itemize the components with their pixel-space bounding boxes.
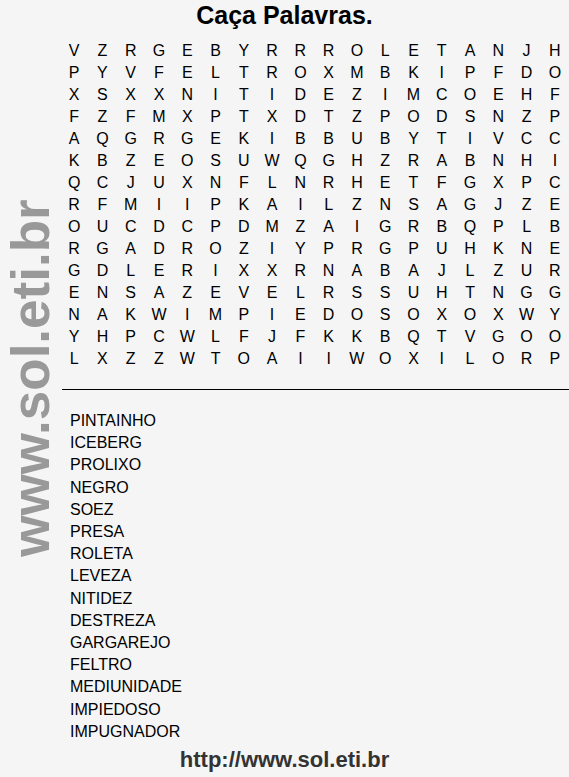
grid-cell[interactable]: L (286, 282, 314, 304)
grid-cell[interactable]: D (145, 238, 173, 260)
grid-cell[interactable]: P (117, 326, 145, 348)
grid-cell[interactable]: N (512, 238, 540, 260)
grid-cell[interactable]: R (60, 238, 88, 260)
separator-line (62, 389, 569, 390)
grid-cell[interactable]: D (145, 216, 173, 238)
grid-cell[interactable]: T (428, 326, 456, 348)
grid-cell[interactable]: A (343, 260, 371, 282)
grid-cell[interactable]: E (201, 282, 229, 304)
grid-cell[interactable]: T (230, 62, 258, 84)
grid-cell[interactable]: A (117, 238, 145, 260)
grid-cell[interactable]: L (117, 260, 145, 282)
word-list-item[interactable]: LEVEZA (70, 565, 182, 587)
grid-cell[interactable]: E (258, 282, 286, 304)
grid-cell[interactable]: L (456, 260, 484, 282)
grid-cell[interactable]: E (201, 128, 229, 150)
grid-cell[interactable]: F (484, 62, 512, 84)
grid-cell[interactable]: I (286, 348, 314, 370)
grid-cell[interactable]: P (201, 106, 229, 128)
grid-cell[interactable]: T (399, 172, 427, 194)
grid-cell[interactable]: Z (230, 238, 258, 260)
grid-cell[interactable]: B (286, 128, 314, 150)
word-list-item[interactable]: PRESA (70, 521, 182, 543)
word-list-item[interactable]: ROLETA (70, 543, 182, 565)
grid-cell[interactable]: C (428, 84, 456, 106)
word-list-item[interactable]: ICEBERG (70, 432, 182, 454)
grid-cell[interactable]: A (315, 216, 343, 238)
grid-cell[interactable]: N (201, 172, 229, 194)
grid-cell[interactable]: Z (343, 194, 371, 216)
grid-cell[interactable]: A (145, 282, 173, 304)
grid-cell[interactable]: U (512, 260, 540, 282)
grid-cell[interactable]: O (541, 62, 569, 84)
grid-cell[interactable]: O (201, 238, 229, 260)
grid-cell[interactable]: X (258, 260, 286, 282)
grid-cell[interactable]: Q (60, 172, 88, 194)
grid-cell[interactable]: X (173, 106, 201, 128)
grid-cell[interactable]: S (371, 282, 399, 304)
grid-cell[interactable]: P (484, 216, 512, 238)
grid-cell[interactable]: J (258, 326, 286, 348)
grid-cell[interactable]: J (428, 260, 456, 282)
word-search-page: Caça Palavras. www.sol.eti.br VZRGEBYRRR… (0, 0, 569, 777)
grid-cell[interactable]: H (541, 40, 569, 62)
grid-cell[interactable]: S (399, 194, 427, 216)
grid-cell[interactable]: X (315, 62, 343, 84)
grid-cell[interactable]: N (484, 282, 512, 304)
grid-cell[interactable]: O (541, 326, 569, 348)
grid-cell[interactable]: V (60, 40, 88, 62)
grid-cell[interactable]: G (512, 282, 540, 304)
grid-cell[interactable]: K (230, 128, 258, 150)
grid-cell[interactable]: V (230, 282, 258, 304)
grid-cell[interactable]: H (88, 326, 116, 348)
grid-cell[interactable]: S (371, 304, 399, 326)
grid-cell[interactable]: O (399, 304, 427, 326)
grid-cell[interactable]: N (60, 304, 88, 326)
grid-cell[interactable]: B (371, 326, 399, 348)
grid-cell[interactable]: I (371, 84, 399, 106)
grid-cell[interactable]: A (428, 194, 456, 216)
grid-cell[interactable]: T (315, 106, 343, 128)
word-list-item[interactable]: GARGAREJO (70, 632, 182, 654)
grid-cell[interactable]: O (343, 40, 371, 62)
grid-cell[interactable]: E (173, 40, 201, 62)
letter-grid: VZRGEBYRRROLETANJHPYVFELTROXMBKIPFDOXSXX… (60, 40, 569, 370)
grid-cell[interactable]: G (173, 128, 201, 150)
grid-cell[interactable]: R (541, 260, 569, 282)
word-list-item[interactable]: NITIDEZ (70, 588, 182, 610)
grid-cell[interactable]: Z (88, 40, 116, 62)
grid-cell[interactable]: B (371, 62, 399, 84)
grid-cell[interactable]: C (512, 128, 540, 150)
word-list-item[interactable]: IMPIEDOSO (70, 699, 182, 721)
grid-cell[interactable]: U (88, 216, 116, 238)
grid-cell[interactable]: X (230, 260, 258, 282)
grid-cell[interactable]: I (456, 128, 484, 150)
grid-cell[interactable]: T (428, 40, 456, 62)
grid-cell[interactable]: O (286, 62, 314, 84)
grid-cell[interactable]: R (258, 40, 286, 62)
grid-cell[interactable]: L (201, 326, 229, 348)
grid-cell[interactable]: G (371, 238, 399, 260)
grid-cell[interactable]: M (201, 304, 229, 326)
grid-cell[interactable]: E (145, 260, 173, 282)
grid-cell[interactable]: H (343, 150, 371, 172)
grid-cell[interactable]: N (484, 150, 512, 172)
grid-cell[interactable]: L (371, 40, 399, 62)
grid-cell[interactable]: E (541, 238, 569, 260)
grid-cell[interactable]: N (88, 282, 116, 304)
grid-cell[interactable]: X (484, 172, 512, 194)
grid-cell[interactable]: H (456, 238, 484, 260)
grid-cell[interactable]: G (315, 150, 343, 172)
grid-cell[interactable]: P (456, 62, 484, 84)
grid-cell[interactable]: S (201, 150, 229, 172)
grid-cell[interactable]: Z (343, 106, 371, 128)
grid-cell[interactable]: N (484, 106, 512, 128)
grid-cell[interactable]: M (145, 106, 173, 128)
grid-cell[interactable]: I (258, 84, 286, 106)
grid-cell[interactable]: W (145, 304, 173, 326)
grid-cell[interactable]: V (456, 326, 484, 348)
grid-cell[interactable]: T (456, 282, 484, 304)
grid-cell[interactable]: N (484, 40, 512, 62)
grid-cell[interactable]: G (60, 260, 88, 282)
grid-cell[interactable]: O (173, 150, 201, 172)
grid-cell[interactable]: P (371, 106, 399, 128)
grid-cell[interactable]: Y (88, 62, 116, 84)
grid-cell[interactable]: E (145, 150, 173, 172)
grid-cell[interactable]: V (484, 128, 512, 150)
grid-cell[interactable]: R (399, 216, 427, 238)
grid-cell[interactable]: D (88, 260, 116, 282)
grid-cell[interactable]: R (60, 194, 88, 216)
grid-cell[interactable]: Y (286, 238, 314, 260)
grid-cell[interactable]: U (399, 282, 427, 304)
grid-cell[interactable]: R (173, 238, 201, 260)
grid-cell[interactable]: Z (117, 348, 145, 370)
grid-cell[interactable]: F (60, 106, 88, 128)
grid-cell[interactable]: R (286, 260, 314, 282)
grid-cell[interactable]: C (145, 326, 173, 348)
word-list-item[interactable]: PINTAINHO (70, 410, 182, 432)
grid-cell[interactable]: J (117, 172, 145, 194)
grid-cell[interactable]: F (230, 172, 258, 194)
grid-cell[interactable]: H (343, 172, 371, 194)
grid-cell[interactable]: A (258, 348, 286, 370)
grid-cell[interactable]: B (541, 216, 569, 238)
grid-cell[interactable]: S (88, 84, 116, 106)
grid-cell[interactable]: Q (399, 326, 427, 348)
grid-cell[interactable]: R (286, 40, 314, 62)
grid-cell[interactable]: B (201, 40, 229, 62)
grid-cell[interactable]: N (173, 84, 201, 106)
grid-cell[interactable]: K (399, 62, 427, 84)
grid-cell[interactable]: X (258, 106, 286, 128)
page-title: Caça Palavras. (0, 1, 569, 30)
grid-cell[interactable]: F (428, 172, 456, 194)
grid-cell[interactable]: W (173, 348, 201, 370)
grid-cell[interactable]: X (117, 84, 145, 106)
grid-cell[interactable]: C (541, 172, 569, 194)
grid-cell[interactable]: R (399, 150, 427, 172)
grid-cell[interactable]: G (484, 326, 512, 348)
grid-cell[interactable]: B (456, 150, 484, 172)
grid-cell[interactable]: G (117, 128, 145, 150)
grid-cell[interactable]: R (315, 282, 343, 304)
grid-cell[interactable]: H (512, 84, 540, 106)
grid-cell[interactable]: G (88, 238, 116, 260)
grid-cell[interactable]: A (399, 260, 427, 282)
grid-cell[interactable]: Y (60, 326, 88, 348)
grid-cell[interactable]: E (286, 304, 314, 326)
grid-cell[interactable]: R (173, 260, 201, 282)
grid-cell[interactable]: D (286, 84, 314, 106)
grid-cell[interactable]: R (117, 40, 145, 62)
grid-cell[interactable]: Z (343, 84, 371, 106)
grid-cell[interactable]: K (60, 150, 88, 172)
grid-cell[interactable]: E (60, 282, 88, 304)
word-list-item[interactable]: NEGRO (70, 477, 182, 499)
grid-cell[interactable]: P (541, 106, 569, 128)
grid-cell[interactable]: O (371, 348, 399, 370)
grid-cell[interactable]: L (456, 348, 484, 370)
grid-cell[interactable]: X (428, 304, 456, 326)
grid-cell[interactable]: G (371, 216, 399, 238)
grid-cell[interactable]: V (117, 62, 145, 84)
grid-cell[interactable]: E (371, 172, 399, 194)
grid-cell[interactable]: I (428, 348, 456, 370)
grid-cell[interactable]: Q (88, 128, 116, 150)
grid-cell[interactable]: Y (399, 128, 427, 150)
grid-cell[interactable]: I (258, 128, 286, 150)
grid-cell[interactable]: K (117, 304, 145, 326)
grid-cell[interactable]: X (145, 84, 173, 106)
grid-cell[interactable]: B (428, 216, 456, 238)
grid-cell[interactable]: P (60, 62, 88, 84)
grid-cell[interactable]: R (512, 348, 540, 370)
grid-cell[interactable]: O (456, 84, 484, 106)
grid-cell[interactable]: W (173, 326, 201, 348)
grid-cell[interactable]: I (541, 150, 569, 172)
grid-cell[interactable]: O (399, 106, 427, 128)
grid-cell[interactable]: E (173, 62, 201, 84)
grid-cell[interactable]: B (88, 150, 116, 172)
grid-cell[interactable]: I (258, 238, 286, 260)
grid-cell[interactable]: F (286, 326, 314, 348)
grid-cell[interactable]: U (343, 128, 371, 150)
grid-cell[interactable]: G (145, 40, 173, 62)
grid-cell[interactable]: U (145, 172, 173, 194)
grid-cell[interactable]: I (315, 348, 343, 370)
grid-cell[interactable]: P (315, 238, 343, 260)
grid-cell[interactable]: L (60, 348, 88, 370)
grid-cell[interactable]: E (484, 84, 512, 106)
grid-cell[interactable]: O (343, 304, 371, 326)
grid-cell[interactable]: D (428, 106, 456, 128)
grid-cell[interactable]: O (60, 216, 88, 238)
word-list-item[interactable]: MEDIUNIDADE (70, 676, 182, 698)
grid-cell[interactable]: T (201, 348, 229, 370)
grid-cell[interactable]: I (286, 194, 314, 216)
grid-cell[interactable]: H (428, 282, 456, 304)
word-list: PINTAINHOICEBERGPROLIXONEGROSOEZPRESAROL… (70, 410, 182, 743)
grid-cell[interactable]: B (315, 128, 343, 150)
grid-cell[interactable]: C (173, 216, 201, 238)
grid-cell[interactable]: B (371, 128, 399, 150)
word-list-item[interactable]: PROLIXO (70, 454, 182, 476)
grid-cell[interactable]: P (201, 216, 229, 238)
grid-cell[interactable]: N (315, 260, 343, 282)
grid-cell[interactable]: D (286, 106, 314, 128)
grid-cell[interactable]: E (315, 84, 343, 106)
watermark-vertical-text: www.sol.eti.br (0, 199, 61, 556)
grid-cell[interactable]: P (541, 348, 569, 370)
grid-cell[interactable]: X (88, 348, 116, 370)
word-list-item[interactable]: DESTREZA (70, 610, 182, 632)
grid-cell[interactable]: Z (145, 348, 173, 370)
grid-cell[interactable]: Z (484, 260, 512, 282)
grid-cell[interactable]: F (230, 326, 258, 348)
grid-cell[interactable]: D (230, 216, 258, 238)
grid-cell[interactable]: K (484, 238, 512, 260)
grid-cell[interactable]: L (258, 172, 286, 194)
grid-cell[interactable]: P (399, 238, 427, 260)
grid-cell[interactable]: M (258, 216, 286, 238)
grid-cell[interactable]: I (201, 84, 229, 106)
grid-cell[interactable]: L (512, 216, 540, 238)
grid-cell[interactable]: R (315, 40, 343, 62)
grid-cell[interactable]: K (230, 194, 258, 216)
grid-cell[interactable]: U (230, 150, 258, 172)
grid-cell[interactable]: S (343, 282, 371, 304)
grid-cell[interactable]: R (258, 62, 286, 84)
grid-cell[interactable]: Q (456, 216, 484, 238)
grid-cell[interactable]: M (343, 62, 371, 84)
grid-cell[interactable]: S (456, 106, 484, 128)
grid-cell[interactable]: T (230, 84, 258, 106)
grid-cell[interactable]: G (541, 282, 569, 304)
grid-cell[interactable]: I (173, 304, 201, 326)
grid-cell[interactable]: M (117, 194, 145, 216)
grid-cell[interactable]: W (343, 348, 371, 370)
grid-cell[interactable]: Z (512, 106, 540, 128)
grid-cell[interactable]: T (428, 128, 456, 150)
grid-cell[interactable]: C (117, 216, 145, 238)
grid-cell[interactable]: F (541, 84, 569, 106)
grid-cell[interactable]: R (343, 238, 371, 260)
grid-cell[interactable]: I (258, 304, 286, 326)
grid-cell[interactable]: R (315, 172, 343, 194)
grid-cell[interactable]: X (60, 84, 88, 106)
grid-cell[interactable]: X (484, 304, 512, 326)
grid-cell[interactable]: Q (286, 150, 314, 172)
grid-cell[interactable]: A (456, 40, 484, 62)
grid-cell[interactable]: F (88, 194, 116, 216)
grid-cell[interactable]: O (512, 326, 540, 348)
grid-cell[interactable]: W (512, 304, 540, 326)
word-list-item[interactable]: FELTRO (70, 654, 182, 676)
grid-cell[interactable]: R (145, 128, 173, 150)
grid-cell[interactable]: O (456, 304, 484, 326)
grid-cell[interactable]: I (145, 194, 173, 216)
grid-cell[interactable]: Z (286, 216, 314, 238)
grid-cell[interactable]: J (484, 194, 512, 216)
grid-cell[interactable]: A (258, 194, 286, 216)
grid-cell[interactable]: G (456, 194, 484, 216)
grid-cell[interactable]: D (315, 304, 343, 326)
grid-cell[interactable]: W (258, 150, 286, 172)
grid-cell[interactable]: C (541, 128, 569, 150)
grid-cell[interactable]: J (512, 40, 540, 62)
grid-cell[interactable]: U (428, 238, 456, 260)
word-list-item[interactable]: IMPUGNADOR (70, 721, 182, 743)
grid-cell[interactable]: X (173, 172, 201, 194)
grid-cell[interactable]: O (484, 348, 512, 370)
grid-cell[interactable]: T (230, 106, 258, 128)
grid-cell[interactable]: F (117, 106, 145, 128)
grid-cell[interactable]: S (117, 282, 145, 304)
word-list-item[interactable]: SOEZ (70, 499, 182, 521)
grid-cell[interactable]: K (343, 326, 371, 348)
grid-cell[interactable]: P (201, 194, 229, 216)
grid-cell[interactable]: I (428, 62, 456, 84)
grid-cell[interactable]: H (512, 150, 540, 172)
grid-cell[interactable]: O (230, 348, 258, 370)
grid-cell[interactable]: E (399, 40, 427, 62)
grid-cell[interactable]: M (399, 84, 427, 106)
grid-cell[interactable]: G (456, 172, 484, 194)
grid-cell[interactable]: I (173, 194, 201, 216)
grid-cell[interactable]: E (541, 194, 569, 216)
grid-cell[interactable]: F (145, 62, 173, 84)
grid-cell[interactable]: N (286, 172, 314, 194)
grid-cell[interactable]: N (371, 194, 399, 216)
grid-cell[interactable]: A (88, 304, 116, 326)
grid-cell[interactable]: Z (173, 282, 201, 304)
grid-cell[interactable]: I (201, 260, 229, 282)
grid-cell[interactable]: X (399, 348, 427, 370)
grid-cell[interactable]: Z (512, 194, 540, 216)
grid-cell[interactable]: K (315, 326, 343, 348)
grid-cell[interactable]: I (343, 216, 371, 238)
footer-url: http://www.sol.eti.br (0, 747, 569, 773)
grid-cell[interactable]: P (512, 172, 540, 194)
grid-cell[interactable]: B (371, 260, 399, 282)
grid-cell[interactable]: L (315, 194, 343, 216)
grid-cell[interactable]: A (60, 128, 88, 150)
grid-cell[interactable]: L (201, 62, 229, 84)
grid-cell[interactable]: Y (230, 40, 258, 62)
grid-cell[interactable]: Z (371, 150, 399, 172)
grid-cell[interactable]: Z (88, 106, 116, 128)
grid-cell[interactable]: A (428, 150, 456, 172)
grid-cell[interactable]: P (230, 304, 258, 326)
grid-cell[interactable]: C (88, 172, 116, 194)
grid-cell[interactable]: D (512, 62, 540, 84)
grid-cell[interactable]: Z (117, 150, 145, 172)
grid-cell[interactable]: Y (541, 304, 569, 326)
